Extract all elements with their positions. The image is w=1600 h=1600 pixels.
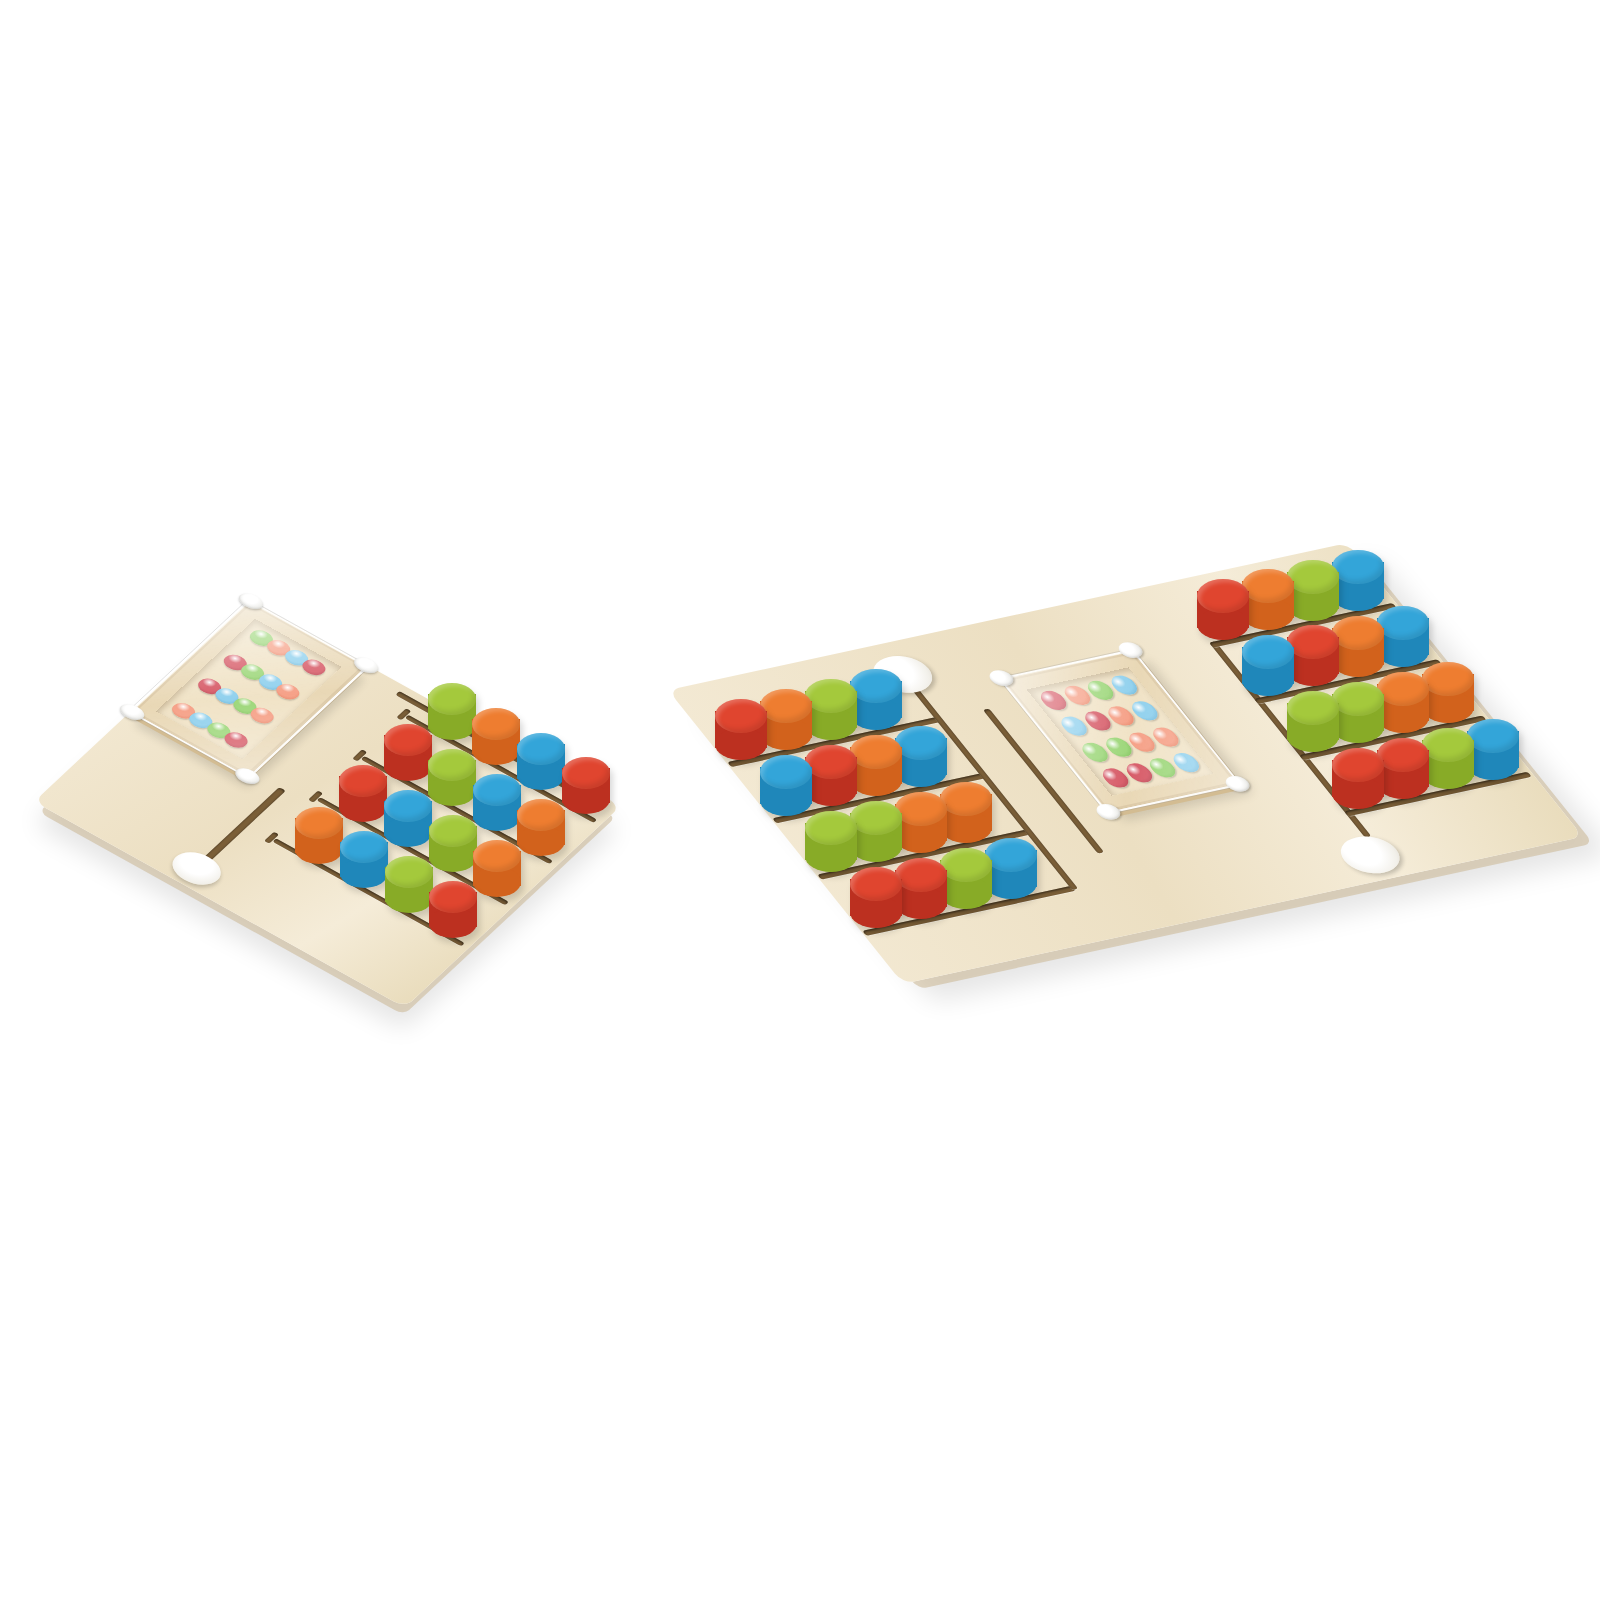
disc-top (428, 749, 476, 781)
disc-green[interactable] (940, 848, 992, 909)
disc-top (340, 831, 388, 863)
disc-red[interactable] (429, 881, 477, 938)
product-photo-stage (0, 0, 1600, 1600)
disc-orange[interactable] (850, 735, 902, 796)
disc-top (895, 858, 947, 892)
disc-top (850, 867, 902, 901)
disc-top (384, 790, 432, 822)
disc-top (940, 848, 992, 882)
disc-top (295, 807, 343, 839)
disc-top (517, 733, 565, 765)
disc-top (1377, 606, 1429, 640)
disc-top (429, 881, 477, 913)
disc-green[interactable] (805, 679, 857, 740)
disc-base (1332, 777, 1384, 809)
disc-orange[interactable] (473, 840, 521, 897)
disc-top (1332, 550, 1384, 584)
disc-top (1242, 569, 1294, 603)
disc-orange[interactable] (472, 708, 520, 765)
disc-top (1377, 672, 1429, 706)
disc-orange[interactable] (517, 799, 565, 856)
disc-orange[interactable] (1332, 616, 1384, 677)
disc-red[interactable] (895, 858, 947, 919)
disc-top (1422, 662, 1474, 696)
disc-green[interactable] (428, 749, 476, 806)
disc-top (1332, 682, 1384, 716)
disc-top (985, 838, 1037, 872)
disc-blue[interactable] (517, 733, 565, 790)
disc-base (1377, 767, 1429, 799)
disc-blue[interactable] (1467, 719, 1519, 780)
disc-orange[interactable] (940, 782, 992, 843)
disc-blue[interactable] (1242, 635, 1294, 696)
slider-knob[interactable] (164, 846, 230, 892)
disc-top (473, 774, 521, 806)
disc-blue[interactable] (760, 755, 812, 816)
disc-top (1422, 728, 1474, 762)
disc-orange[interactable] (895, 792, 947, 853)
slider-knob[interactable] (1330, 832, 1410, 878)
disc-green[interactable] (850, 801, 902, 862)
disc-orange[interactable] (1422, 662, 1474, 723)
disc-red[interactable] (339, 765, 387, 822)
disc-top (472, 708, 520, 740)
disc-green[interactable] (385, 856, 433, 913)
disc-top (562, 757, 610, 789)
disc-green[interactable] (1332, 682, 1384, 743)
disc-top (1242, 635, 1294, 669)
disc-top (760, 689, 812, 723)
acrylic-cover (128, 599, 370, 779)
disc-top (1287, 560, 1339, 594)
bead-box (133, 602, 365, 775)
disc-base (985, 867, 1037, 899)
disc-top (805, 811, 857, 845)
disc-top (805, 679, 857, 713)
disc-red[interactable] (805, 745, 857, 806)
disc-top (805, 745, 857, 779)
disc-top (895, 792, 947, 826)
disc-blue[interactable] (384, 790, 432, 847)
disc-base (1422, 757, 1474, 789)
disc-top (1377, 738, 1429, 772)
disc-top (428, 683, 476, 715)
disc-orange[interactable] (760, 689, 812, 750)
disc-blue[interactable] (895, 726, 947, 787)
disc-green[interactable] (429, 815, 477, 872)
disc-top (1287, 691, 1339, 725)
disc-red[interactable] (1287, 625, 1339, 686)
disc-top (429, 815, 477, 847)
disc-red[interactable] (715, 699, 767, 760)
knob-slot (200, 787, 286, 865)
disc-orange[interactable] (1377, 672, 1429, 733)
disc-red[interactable] (562, 757, 610, 814)
disc-top (760, 755, 812, 789)
disc-orange[interactable] (1242, 569, 1294, 630)
disc-top (1332, 748, 1384, 782)
disc-green[interactable] (428, 683, 476, 740)
disc-top (339, 765, 387, 797)
disc-red[interactable] (850, 867, 902, 928)
disc-top (1467, 719, 1519, 753)
disc-top (384, 724, 432, 756)
disc-blue[interactable] (473, 774, 521, 831)
disc-blue[interactable] (340, 831, 388, 888)
disc-base (850, 896, 902, 928)
disc-top (473, 840, 521, 872)
bead-box (1003, 652, 1237, 811)
disc-blue[interactable] (1332, 550, 1384, 611)
acrylic-cover (998, 649, 1242, 814)
disc-base (940, 877, 992, 909)
disc-orange[interactable] (295, 807, 343, 864)
disc-green[interactable] (805, 811, 857, 872)
disc-base (895, 887, 947, 919)
disc-blue[interactable] (850, 669, 902, 730)
disc-top (385, 856, 433, 888)
disc-red[interactable] (1377, 738, 1429, 799)
disc-top (517, 799, 565, 831)
disc-top (940, 782, 992, 816)
disc-top (715, 699, 767, 733)
disc-top (1332, 616, 1384, 650)
disc-red[interactable] (1332, 748, 1384, 809)
disc-base (1467, 748, 1519, 780)
disc-top (850, 669, 902, 703)
disc-red[interactable] (1197, 579, 1249, 640)
disc-top (850, 735, 902, 769)
disc-top (895, 726, 947, 760)
disc-top (1197, 579, 1249, 613)
disc-green[interactable] (1287, 560, 1339, 621)
disc-red[interactable] (384, 724, 432, 781)
disc-green[interactable] (1422, 728, 1474, 789)
disc-green[interactable] (1287, 691, 1339, 752)
disc-top (850, 801, 902, 835)
disc-top (1287, 625, 1339, 659)
disc-blue[interactable] (985, 838, 1037, 899)
disc-blue[interactable] (1377, 606, 1429, 667)
